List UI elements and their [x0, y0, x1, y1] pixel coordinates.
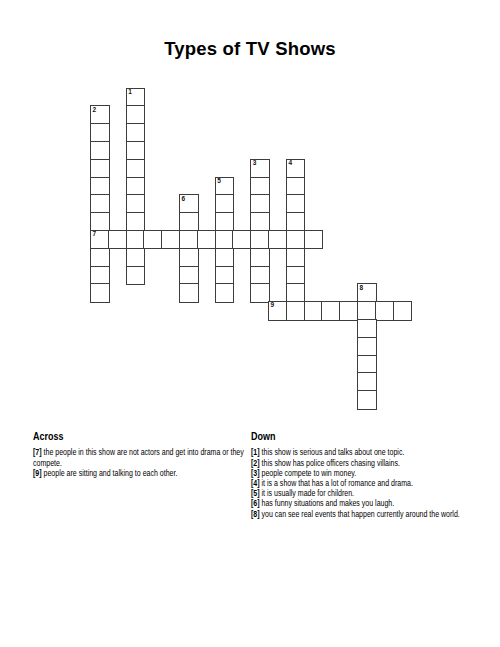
down-clues-section: Down [1] this show is serious and talks …: [251, 430, 471, 519]
grid-cell[interactable]: 8: [357, 283, 377, 303]
grid-cell[interactable]: [161, 230, 181, 250]
clue-number: 7: [93, 231, 97, 238]
grid-cell[interactable]: [179, 212, 199, 232]
grid-cell[interactable]: [215, 194, 235, 214]
clue-number: 6: [182, 196, 186, 203]
grid-cell[interactable]: [286, 230, 306, 250]
crossword-grid: 123456789: [90, 88, 412, 410]
grid-cell[interactable]: [197, 230, 217, 250]
grid-cell[interactable]: [90, 141, 110, 161]
grid-cell[interactable]: [250, 177, 270, 197]
clue-6: [6] has funny situations and makes you l…: [251, 498, 471, 508]
grid-cell[interactable]: [250, 248, 270, 268]
grid-cell[interactable]: 5: [215, 177, 235, 197]
grid-cell[interactable]: [179, 248, 199, 268]
grid-cell[interactable]: [179, 283, 199, 303]
grid-cell[interactable]: [126, 159, 146, 179]
grid-cell[interactable]: [286, 266, 306, 286]
grid-cell[interactable]: 3: [250, 159, 270, 179]
grid-cell[interactable]: [357, 355, 377, 375]
grid-cell[interactable]: [286, 212, 306, 232]
grid-cell[interactable]: [357, 372, 377, 392]
grid-cell[interactable]: [357, 319, 377, 339]
grid-cell[interactable]: [215, 230, 235, 250]
clue-number: 1: [128, 89, 132, 96]
grid-cell[interactable]: [90, 248, 110, 268]
grid-cell[interactable]: [286, 301, 306, 321]
clue-number: 2: [93, 107, 97, 114]
grid-cell[interactable]: [304, 230, 324, 250]
clue-number: 9: [271, 302, 275, 309]
grid-cell[interactable]: [126, 177, 146, 197]
grid-cell[interactable]: [126, 212, 146, 232]
grid-cell[interactable]: [90, 194, 110, 214]
grid-cell[interactable]: [126, 194, 146, 214]
grid-cell[interactable]: 7: [90, 230, 110, 250]
puzzle-title: Types of TV Shows: [0, 38, 500, 60]
down-clue-list: [1] this show is serious and talks about…: [251, 447, 471, 518]
grid-cell[interactable]: [108, 230, 128, 250]
grid-cell[interactable]: [286, 194, 306, 214]
grid-cell[interactable]: [357, 301, 377, 321]
grid-cell[interactable]: [215, 248, 235, 268]
grid-cell[interactable]: [126, 266, 146, 286]
grid-cell[interactable]: [375, 301, 395, 321]
clue-number: 5: [217, 178, 221, 185]
grid-cell[interactable]: [232, 230, 252, 250]
clue-3: [3] people compete to win money.: [251, 468, 471, 478]
grid-cell[interactable]: [90, 266, 110, 286]
grid-cell[interactable]: [90, 123, 110, 143]
grid-cell[interactable]: [179, 230, 199, 250]
grid-cell[interactable]: [286, 248, 306, 268]
grid-cell[interactable]: [215, 266, 235, 286]
across-clues-section: Across [7] the people in this show are n…: [33, 430, 253, 478]
grid-cell[interactable]: 9: [268, 301, 288, 321]
grid-cell[interactable]: [90, 212, 110, 232]
across-clue-list: [7] the people in this show are not acto…: [33, 447, 253, 478]
grid-cell[interactable]: [286, 283, 306, 303]
grid-cell[interactable]: [126, 230, 146, 250]
grid-cell[interactable]: [126, 105, 146, 125]
grid-cell[interactable]: [126, 141, 146, 161]
grid-cell[interactable]: [215, 283, 235, 303]
grid-cell[interactable]: [126, 248, 146, 268]
grid-cell[interactable]: [321, 301, 341, 321]
grid-cell[interactable]: [90, 177, 110, 197]
clue-9: [9] people are sitting and talking to ea…: [33, 468, 253, 478]
grid-cell[interactable]: [250, 194, 270, 214]
clue-1: [1] this show is serious and talks about…: [251, 447, 471, 457]
grid-cell[interactable]: [357, 390, 377, 410]
clue-number: 8: [360, 285, 364, 292]
grid-cell[interactable]: [357, 337, 377, 357]
grid-cell[interactable]: [215, 212, 235, 232]
grid-cell[interactable]: [250, 283, 270, 303]
grid-cell[interactable]: [268, 230, 288, 250]
clue-2: [2] this show has police officers chasin…: [251, 458, 471, 468]
grid-cell[interactable]: 2: [90, 105, 110, 125]
grid-cell[interactable]: [90, 283, 110, 303]
grid-cell[interactable]: [339, 301, 359, 321]
grid-cell[interactable]: [286, 177, 306, 197]
grid-cell[interactable]: [143, 230, 163, 250]
grid-cell[interactable]: [90, 159, 110, 179]
grid-cell[interactable]: [304, 301, 324, 321]
clue-8: [8] you can see real events that happen …: [251, 509, 471, 519]
clue-4: [4] it is a show that has a lot of roman…: [251, 478, 471, 488]
grid-cell[interactable]: [393, 301, 413, 321]
grid-cell[interactable]: 1: [126, 88, 146, 108]
grid-cell[interactable]: 4: [286, 159, 306, 179]
clue-number: 4: [288, 160, 292, 167]
clue-5: [5] it is usually made for children.: [251, 488, 471, 498]
down-heading: Down: [251, 430, 471, 444]
grid-cell[interactable]: [250, 266, 270, 286]
clue-number: 3: [253, 160, 257, 167]
grid-cell[interactable]: [250, 212, 270, 232]
grid-cell[interactable]: [126, 123, 146, 143]
grid-cell[interactable]: [250, 230, 270, 250]
across-heading: Across: [33, 430, 253, 444]
grid-cell[interactable]: 6: [179, 194, 199, 214]
grid-cell[interactable]: [179, 266, 199, 286]
clue-7: [7] the people in this show are not acto…: [33, 447, 253, 467]
